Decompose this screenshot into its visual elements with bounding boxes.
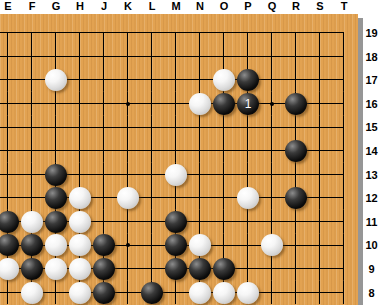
board-intersection-F10[interactable] [20,234,44,258]
board-intersection-H17[interactable] [68,68,92,92]
board-intersection-E9[interactable] [0,257,20,281]
row-labels-strip: 1918171615141312111098 [363,0,380,305]
white-stone-N10 [189,234,211,256]
board-intersection-L8[interactable] [140,281,164,305]
board-intersection-G12[interactable] [44,186,68,210]
row-label-13: 13 [363,168,380,182]
board-intersection-J16[interactable] [92,92,116,116]
board-intersection-M18[interactable] [164,45,188,69]
board-intersection-Q11[interactable] [260,210,284,234]
board-intersection-H14[interactable] [68,139,92,163]
board-intersection-H13[interactable] [68,163,92,187]
white-stone-K12 [117,187,139,209]
column-label-E: E [0,0,20,14]
black-stone-P17 [237,69,259,91]
board-intersection-P18[interactable] [236,45,260,69]
board-intersection-L17[interactable] [140,68,164,92]
white-stone-F11 [21,211,43,233]
black-stone-G13 [45,164,67,186]
white-stone-F8 [21,282,43,304]
row-label-10: 10 [363,238,380,252]
row-label-11: 11 [363,215,380,229]
row-label-12: 12 [363,191,380,205]
board-intersection-P11[interactable] [236,210,260,234]
board-intersection-S11[interactable] [308,210,332,234]
board-intersection-E15[interactable] [0,116,20,140]
board-intersection-O19[interactable] [212,21,236,45]
star-point-K10 [126,243,130,247]
board-intersection-P10[interactable] [236,234,260,258]
board-intersection-M12[interactable] [164,186,188,210]
black-stone-O9 [213,258,235,280]
board-intersection-L18[interactable] [140,45,164,69]
white-stone-Q10 [261,234,283,256]
board-intersection-S18[interactable] [308,45,332,69]
white-stone-P12 [237,187,259,209]
board-intersection-E12[interactable] [0,186,20,210]
board-intersection-Q13[interactable] [260,163,284,187]
board-intersection-T15[interactable] [332,116,356,140]
board-intersection-E18[interactable] [0,45,20,69]
black-stone-F10 [21,234,43,256]
board-intersection-O10[interactable] [212,234,236,258]
board-intersection-N13[interactable] [188,163,212,187]
row-label-8: 8 [363,286,380,300]
board-intersection-H19[interactable] [68,21,92,45]
board-intersection-M11[interactable] [164,210,188,234]
row-label-17: 17 [363,73,380,87]
board-intersection-M10[interactable] [164,234,188,258]
board-intersection-S17[interactable] [308,68,332,92]
white-stone-P8 [237,282,259,304]
black-stone-R16 [285,93,307,115]
board-intersection-O14[interactable] [212,139,236,163]
black-stone-E10 [0,234,19,256]
board-intersection-M16[interactable] [164,92,188,116]
board-intersection-J19[interactable] [92,21,116,45]
board-intersection-F18[interactable] [20,45,44,69]
board-intersection-O17[interactable] [212,68,236,92]
white-stone-G9 [45,258,67,280]
board-intersection-K12[interactable] [116,186,140,210]
board-intersection-N18[interactable] [188,45,212,69]
board-intersection-S8[interactable] [308,281,332,305]
board-intersection-M9[interactable] [164,257,188,281]
board-intersection-Q9[interactable] [260,257,284,281]
board-intersection-F17[interactable] [20,68,44,92]
star-point-Q16 [270,102,274,106]
board-intersection-F12[interactable] [20,186,44,210]
column-label-M: M [164,0,188,14]
board-intersection-R14[interactable] [284,139,308,163]
white-stone-H11 [69,211,91,233]
board-intersection-J8[interactable] [92,281,116,305]
board-intersection-J14[interactable] [92,139,116,163]
board-intersection-E17[interactable] [0,68,20,92]
board-intersection-K10[interactable] [116,234,140,258]
white-stone-G10 [45,234,67,256]
board-intersection-S15[interactable] [308,116,332,140]
board-intersection-H9[interactable] [68,257,92,281]
black-stone-J8 [93,282,115,304]
board-intersection-M15[interactable] [164,116,188,140]
board-intersection-K14[interactable] [116,139,140,163]
board-intersection-L15[interactable] [140,116,164,140]
white-stone-H8 [69,282,91,304]
board-intersection-F16[interactable] [20,92,44,116]
board-intersection-G14[interactable] [44,139,68,163]
black-stone-E11 [0,211,19,233]
column-label-F: F [20,0,44,14]
board-intersection-P14[interactable] [236,139,260,163]
row-label-16: 16 [363,97,380,111]
board-intersection-L11[interactable] [140,210,164,234]
board-intersection-T17[interactable] [332,68,356,92]
board-intersection-F14[interactable] [20,139,44,163]
board-intersection-O9[interactable] [212,257,236,281]
board-intersection-R12[interactable] [284,186,308,210]
board-intersection-E16[interactable] [0,92,20,116]
board-intersection-J11[interactable] [92,210,116,234]
board-intersection-F9[interactable] [20,257,44,281]
board-intersection-K17[interactable] [116,68,140,92]
board-intersection-M8[interactable] [164,281,188,305]
black-stone-G11 [45,211,67,233]
board-intersection-Q16[interactable] [260,92,284,116]
board-intersection-G17[interactable] [44,68,68,92]
black-stone-R14 [285,140,307,162]
board-intersection-H10[interactable] [68,234,92,258]
board-intersection-H18[interactable] [68,45,92,69]
board-intersection-S9[interactable] [308,257,332,281]
board-intersection-N16[interactable] [188,92,212,116]
board-intersection-O12[interactable] [212,186,236,210]
column-label-J: J [92,0,116,14]
board-intersection-E10[interactable] [0,234,20,258]
column-label-K: K [116,0,140,14]
board-intersection-S19[interactable] [308,21,332,45]
column-label-O: O [212,0,236,14]
board-intersection-L9[interactable] [140,257,164,281]
row-label-18: 18 [363,50,380,64]
board-intersection-O8[interactable] [212,281,236,305]
board-intersection-Q15[interactable] [260,116,284,140]
white-stone-H9 [69,258,91,280]
board-intersection-H15[interactable] [68,116,92,140]
black-stone-F9 [21,258,43,280]
black-stone-J9 [93,258,115,280]
board-intersection-R13[interactable] [284,163,308,187]
board-intersection-E11[interactable] [0,210,20,234]
board-intersection-P9[interactable] [236,257,260,281]
board-intersection-F19[interactable] [20,21,44,45]
board-intersection-P13[interactable] [236,163,260,187]
board-intersection-O13[interactable] [212,163,236,187]
board-intersection-L16[interactable] [140,92,164,116]
board-intersection-J12[interactable] [92,186,116,210]
column-label-N: N [188,0,212,14]
board-intersection-G11[interactable] [44,210,68,234]
board-intersection-R11[interactable] [284,210,308,234]
board-intersection-L10[interactable] [140,234,164,258]
board-intersection-T11[interactable] [332,210,356,234]
column-label-L: L [140,0,164,14]
board-intersection-P12[interactable] [236,186,260,210]
board-intersection-T12[interactable] [332,186,356,210]
board-intersection-N15[interactable] [188,116,212,140]
board-intersection-O11[interactable] [212,210,236,234]
board-intersection-G10[interactable] [44,234,68,258]
board-intersection-S16[interactable] [308,92,332,116]
board-intersection-R10[interactable] [284,234,308,258]
board-intersection-J13[interactable] [92,163,116,187]
board-intersection-S14[interactable] [308,139,332,163]
white-stone-M13 [165,164,187,186]
board-intersection-K19[interactable] [116,21,140,45]
board-intersection-J18[interactable] [92,45,116,69]
board-intersection-Q8[interactable] [260,281,284,305]
black-stone-R12 [285,187,307,209]
move-number-label: 1 [237,93,259,115]
board-intersection-T19[interactable] [332,21,356,45]
board-intersection-H12[interactable] [68,186,92,210]
board-intersection-K15[interactable] [116,116,140,140]
column-label-P: P [236,0,260,14]
column-labels-strip: EFGHJKLMNOPQRST [0,0,380,14]
board-intersection-L13[interactable] [140,163,164,187]
board-intersection-G8[interactable] [44,281,68,305]
white-stone-G17 [45,69,67,91]
board-intersection-J15[interactable] [92,116,116,140]
board-intersection-P8[interactable] [236,281,260,305]
board-intersection-T9[interactable] [332,257,356,281]
board-intersection-F13[interactable] [20,163,44,187]
board-intersection-M13[interactable] [164,163,188,187]
board-intersection-M17[interactable] [164,68,188,92]
board-intersection-O18[interactable] [212,45,236,69]
board-intersection-N9[interactable] [188,257,212,281]
black-stone-M10 [165,234,187,256]
board-intersection-S10[interactable] [308,234,332,258]
column-label-Q: Q [260,0,284,14]
board-intersection-F11[interactable] [20,210,44,234]
board-intersection-L12[interactable] [140,186,164,210]
board-intersection-G9[interactable] [44,257,68,281]
board-intersection-G18[interactable] [44,45,68,69]
board-intersection-S13[interactable] [308,163,332,187]
board-intersection-J9[interactable] [92,257,116,281]
board-intersection-L14[interactable] [140,139,164,163]
go-board-grid: 1 [0,21,356,304]
board-intersection-N10[interactable] [188,234,212,258]
black-stone-L8 [141,282,163,304]
black-stone-J10 [93,234,115,256]
board-intersection-R9[interactable] [284,257,308,281]
white-stone-O8 [213,282,235,304]
row-label-15: 15 [363,120,380,134]
board-intersection-F8[interactable] [20,281,44,305]
board-intersection-R19[interactable] [284,21,308,45]
white-stone-H10 [69,234,91,256]
board-intersection-N17[interactable] [188,68,212,92]
board-intersection-E14[interactable] [0,139,20,163]
black-stone-M11 [165,211,187,233]
board-intersection-N14[interactable] [188,139,212,163]
column-label-H: H [68,0,92,14]
board-intersection-T16[interactable] [332,92,356,116]
column-label-R: R [284,0,308,14]
board-intersection-P17[interactable] [236,68,260,92]
board-intersection-R8[interactable] [284,281,308,305]
board-intersection-K11[interactable] [116,210,140,234]
board-intersection-M14[interactable] [164,139,188,163]
board-intersection-G13[interactable] [44,163,68,187]
board-intersection-Q17[interactable] [260,68,284,92]
go-board-screen: 1 EFGHJKLMNOPQRST 1918171615141312111098 [0,0,380,305]
star-point-K16 [126,102,130,106]
board-intersection-H8[interactable] [68,281,92,305]
column-label-S: S [308,0,332,14]
black-stone-P16: 1 [237,93,259,115]
board-intersection-G15[interactable] [44,116,68,140]
board-intersection-K16[interactable] [116,92,140,116]
board-intersection-T14[interactable] [332,139,356,163]
board-intersection-R17[interactable] [284,68,308,92]
board-intersection-T10[interactable] [332,234,356,258]
board-intersection-T13[interactable] [332,163,356,187]
board-intersection-K9[interactable] [116,257,140,281]
board-intersection-Q12[interactable] [260,186,284,210]
board-intersection-Q18[interactable] [260,45,284,69]
board-intersection-H11[interactable] [68,210,92,234]
row-label-14: 14 [363,144,380,158]
board-intersection-G19[interactable] [44,21,68,45]
board-intersection-N11[interactable] [188,210,212,234]
board-intersection-H16[interactable] [68,92,92,116]
white-stone-N16 [189,93,211,115]
column-label-T: T [332,0,356,14]
board-intersection-J17[interactable] [92,68,116,92]
board-intersection-K13[interactable] [116,163,140,187]
board-intersection-K8[interactable] [116,281,140,305]
black-stone-O16 [213,93,235,115]
board-intersection-K18[interactable] [116,45,140,69]
board-intersection-R16[interactable] [284,92,308,116]
board-intersection-E13[interactable] [0,163,20,187]
black-stone-M9 [165,258,187,280]
board-intersection-Q19[interactable] [260,21,284,45]
column-label-G: G [44,0,68,14]
row-label-9: 9 [363,262,380,276]
board-intersection-E19[interactable] [0,21,20,45]
white-stone-O17 [213,69,235,91]
row-label-19: 19 [363,26,380,40]
board-intersection-R18[interactable] [284,45,308,69]
board-intersection-P19[interactable] [236,21,260,45]
board-intersection-G16[interactable] [44,92,68,116]
white-stone-N8 [189,282,211,304]
board-intersection-Q14[interactable] [260,139,284,163]
board-intersection-N12[interactable] [188,186,212,210]
board-intersection-R15[interactable] [284,116,308,140]
board-intersection-M19[interactable] [164,21,188,45]
board-intersection-J10[interactable] [92,234,116,258]
board-intersection-N19[interactable] [188,21,212,45]
board-intersection-T18[interactable] [332,45,356,69]
board-intersection-P16[interactable]: 1 [236,92,260,116]
board-intersection-Q10[interactable] [260,234,284,258]
board-intersection-O15[interactable] [212,116,236,140]
board-intersection-O16[interactable] [212,92,236,116]
board-intersection-F15[interactable] [20,116,44,140]
black-stone-N9 [189,258,211,280]
board-intersection-N8[interactable] [188,281,212,305]
board-intersection-S12[interactable] [308,186,332,210]
white-stone-E9 [0,258,19,280]
board-intersection-T8[interactable] [332,281,356,305]
white-stone-H12 [69,187,91,209]
board-intersection-E8[interactable] [0,281,20,305]
black-stone-G12 [45,187,67,209]
board-intersection-L19[interactable] [140,21,164,45]
board-intersection-P15[interactable] [236,116,260,140]
